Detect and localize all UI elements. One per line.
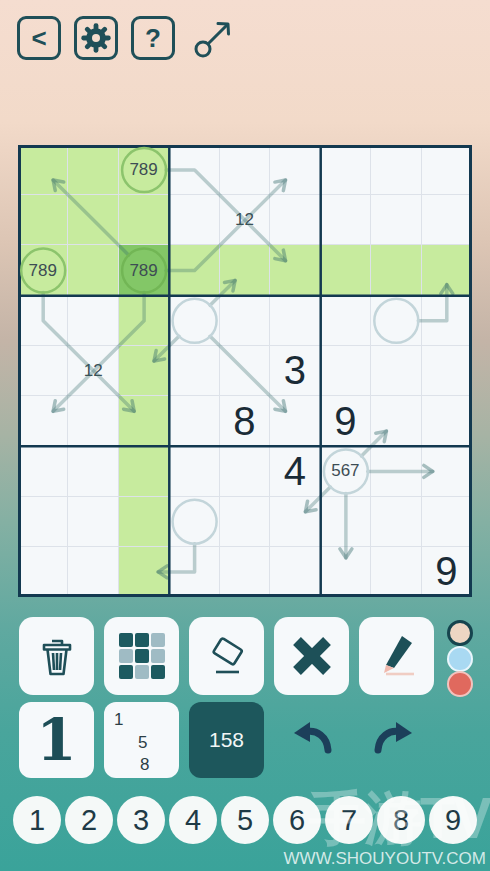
watermark-title: 手游TV xyxy=(308,780,490,858)
cell-r3c4[interactable] xyxy=(220,296,270,346)
cell-r4c1[interactable]: 12 xyxy=(68,346,118,396)
cell-r4c2[interactable] xyxy=(119,346,169,396)
cell-r2c3[interactable] xyxy=(169,245,219,295)
digit-button-2[interactable]: 2 xyxy=(65,796,113,844)
color-dot-red[interactable] xyxy=(447,671,473,697)
cell-r1c0[interactable] xyxy=(18,195,68,245)
cell-r5c3[interactable] xyxy=(169,396,219,446)
cell-r7c4[interactable] xyxy=(220,497,270,547)
cell-r1c6[interactable] xyxy=(321,195,371,245)
pencil-digit-1: 1 xyxy=(114,710,123,730)
back-button[interactable]: < xyxy=(17,16,61,60)
cell-r5c6[interactable]: 9 xyxy=(321,396,371,446)
gear-icon xyxy=(80,22,112,54)
cell-r8c2[interactable] xyxy=(119,547,169,597)
cell-r5c4[interactable]: 8 xyxy=(220,396,270,446)
cell-r6c6[interactable]: 567 xyxy=(321,446,371,496)
cell-r4c6[interactable] xyxy=(321,346,371,396)
cell-r8c1[interactable] xyxy=(68,547,118,597)
cell-r8c0[interactable] xyxy=(18,547,68,597)
cell-r6c0[interactable] xyxy=(18,446,68,496)
cell-r8c7[interactable] xyxy=(371,547,421,597)
color-dot-blue[interactable] xyxy=(447,646,473,672)
cell-r2c7[interactable] xyxy=(371,245,421,295)
pattern-square-7 xyxy=(135,665,149,679)
cell-r1c3[interactable] xyxy=(169,195,219,245)
cell-r0c1[interactable] xyxy=(68,145,118,195)
cell-r1c5[interactable] xyxy=(270,195,320,245)
grid-pattern-icon xyxy=(119,633,165,679)
pattern-square-3 xyxy=(119,649,133,663)
cell-r8c4[interactable] xyxy=(220,547,270,597)
cell-r6c2[interactable] xyxy=(119,446,169,496)
pattern-square-2 xyxy=(151,633,165,647)
cell-r5c1[interactable] xyxy=(68,396,118,446)
cell-r3c3[interactable] xyxy=(169,296,219,346)
color-dot-peach[interactable] xyxy=(447,620,473,646)
pen-icon xyxy=(373,632,421,680)
cell-r6c1[interactable] xyxy=(68,446,118,496)
cell-r8c3[interactable] xyxy=(169,547,219,597)
cell-r2c8[interactable] xyxy=(422,245,472,295)
cell-r7c5[interactable] xyxy=(270,497,320,547)
cell-r6c3[interactable] xyxy=(169,446,219,496)
color-dots xyxy=(447,620,473,697)
cell-r2c5[interactable] xyxy=(270,245,320,295)
cell-r3c7[interactable] xyxy=(371,296,421,346)
cell-r2c6[interactable] xyxy=(321,245,371,295)
cell-r8c8[interactable]: 9 xyxy=(422,547,472,597)
entry-row: 1 1 5 8 158 xyxy=(19,702,418,778)
cell-r7c6[interactable] xyxy=(321,497,371,547)
cell-r8c5[interactable] xyxy=(270,547,320,597)
top-toolbar: < ? xyxy=(17,16,236,60)
cell-r4c3[interactable] xyxy=(169,346,219,396)
trash-icon xyxy=(34,632,80,680)
cell-r5c8[interactable] xyxy=(422,396,472,446)
cell-r3c1[interactable] xyxy=(68,296,118,346)
sudoku-board: 789127897891238945679 xyxy=(18,145,472,597)
cell-r2c1[interactable] xyxy=(68,245,118,295)
back-icon: < xyxy=(31,23,46,54)
cell-r3c5[interactable] xyxy=(270,296,320,346)
cell-r6c8[interactable] xyxy=(422,446,472,496)
cell-r1c8[interactable] xyxy=(422,195,472,245)
cell-r7c7[interactable] xyxy=(371,497,421,547)
cell-r4c7[interactable] xyxy=(371,346,421,396)
cell-r5c7[interactable] xyxy=(371,396,421,446)
pattern-square-1 xyxy=(135,633,149,647)
digit-button-3[interactable]: 3 xyxy=(117,796,165,844)
cell-r2c4[interactable] xyxy=(220,245,270,295)
cell-r3c0[interactable] xyxy=(18,296,68,346)
cell-r1c1[interactable] xyxy=(68,195,118,245)
cell-r7c2[interactable] xyxy=(119,497,169,547)
arrow-mode-icon xyxy=(192,16,236,60)
cell-r0c3[interactable] xyxy=(169,145,219,195)
cell-r5c5[interactable] xyxy=(270,396,320,446)
cell-r0c7[interactable] xyxy=(371,145,421,195)
cell-r6c4[interactable] xyxy=(220,446,270,496)
cell-r0c2[interactable]: 789 xyxy=(119,145,169,195)
apply-158-label: 158 xyxy=(209,728,244,752)
cell-r0c4[interactable] xyxy=(220,145,270,195)
cell-r2c0[interactable]: 789 xyxy=(18,245,68,295)
digit-button-5[interactable]: 5 xyxy=(221,796,269,844)
digit-button-1[interactable]: 1 xyxy=(13,796,61,844)
cell-r4c8[interactable] xyxy=(422,346,472,396)
cell-r4c5[interactable]: 3 xyxy=(270,346,320,396)
pattern-square-4 xyxy=(135,649,149,663)
pattern-square-0 xyxy=(119,633,133,647)
digit-button-4[interactable]: 4 xyxy=(169,796,217,844)
cell-r4c0[interactable] xyxy=(18,346,68,396)
cell-r7c0[interactable] xyxy=(18,497,68,547)
cell-r0c8[interactable] xyxy=(422,145,472,195)
cell-r8c6[interactable] xyxy=(321,547,371,597)
cell-r1c2[interactable] xyxy=(119,195,169,245)
delete-button[interactable] xyxy=(274,617,349,695)
cell-r7c8[interactable] xyxy=(422,497,472,547)
pencil-mode-button[interactable]: 1 5 8 xyxy=(104,702,179,778)
cell-r3c6[interactable] xyxy=(321,296,371,346)
pattern-button[interactable] xyxy=(104,617,179,695)
clear-button[interactable] xyxy=(19,617,94,695)
cell-r6c5[interactable]: 4 xyxy=(270,446,320,496)
pattern-square-8 xyxy=(151,665,165,679)
cell-r5c2[interactable] xyxy=(119,396,169,446)
cell-r1c4[interactable]: 12 xyxy=(220,195,270,245)
redo-button[interactable] xyxy=(370,714,418,766)
help-button[interactable]: ? xyxy=(131,16,175,60)
pencil-digit-8: 8 xyxy=(140,755,149,775)
cell-r2c2[interactable]: 789 xyxy=(119,245,169,295)
cell-r6c7[interactable] xyxy=(371,446,421,496)
cell-r4c4[interactable] xyxy=(220,346,270,396)
watermark-url: WWW.SHOUYOUTV.COM xyxy=(284,849,486,869)
big-digit-mode-button[interactable]: 1 xyxy=(19,702,94,778)
cell-r0c6[interactable] xyxy=(321,145,371,195)
cell-r3c2[interactable] xyxy=(119,296,169,346)
x-icon xyxy=(289,633,335,679)
apply-158-button[interactable]: 158 xyxy=(189,702,264,778)
tool-row xyxy=(19,617,434,695)
settings-button[interactable] xyxy=(74,16,118,60)
cell-r0c0[interactable] xyxy=(18,145,68,195)
help-icon: ? xyxy=(145,23,161,54)
big-digit-label: 1 xyxy=(36,711,76,769)
eraser-icon xyxy=(203,632,251,680)
pencil-digit-5: 5 xyxy=(138,733,147,753)
sudoku-grid: 789127897891238945679 xyxy=(18,145,472,597)
cell-r7c3[interactable] xyxy=(169,497,219,547)
cell-r1c7[interactable] xyxy=(371,195,421,245)
eraser-button[interactable] xyxy=(189,617,264,695)
pen-button[interactable] xyxy=(359,617,434,695)
cell-r0c5[interactable] xyxy=(270,145,320,195)
pattern-square-6 xyxy=(119,665,133,679)
cell-r3c8[interactable] xyxy=(422,296,472,346)
undo-button[interactable] xyxy=(288,714,336,766)
pattern-square-5 xyxy=(151,649,165,663)
cell-r7c1[interactable] xyxy=(68,497,118,547)
cell-r5c0[interactable] xyxy=(18,396,68,446)
